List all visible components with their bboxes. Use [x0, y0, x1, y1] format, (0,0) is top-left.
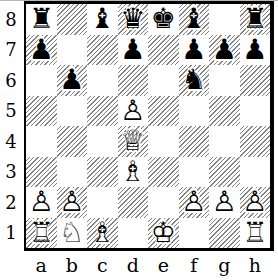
piece-halo: ♝	[175, 1, 212, 38]
piece-halo: ♝	[84, 1, 121, 38]
piece-halo: ♟	[53, 184, 90, 221]
piece-halo: ♛	[114, 123, 151, 160]
square-b7	[57, 35, 88, 66]
black-pawn: ♟	[26, 35, 57, 66]
file-label-b: b	[57, 251, 88, 279]
square-a3	[26, 157, 57, 188]
square-g6	[209, 65, 240, 96]
square-b4	[57, 126, 88, 157]
square-f3	[179, 157, 210, 188]
piece-halo: ♟	[236, 31, 273, 68]
rank-label-2: 2	[0, 187, 22, 218]
file-label-h: h	[240, 251, 271, 279]
rank-label-3: 3	[0, 157, 22, 188]
white-bishop: ♗	[118, 157, 149, 188]
square-h4	[240, 126, 271, 157]
black-rook: ♜	[26, 4, 57, 35]
square-c3	[87, 157, 118, 188]
piece-halo: ♜	[236, 214, 273, 251]
square-a8: ♜♜	[26, 4, 57, 35]
square-h5	[240, 96, 271, 127]
square-a5	[26, 96, 57, 127]
square-c4	[87, 126, 118, 157]
square-f5	[179, 96, 210, 127]
square-a4	[26, 126, 57, 157]
square-d3: ♝♗	[118, 157, 149, 188]
square-b8	[57, 4, 88, 35]
square-b1: ♞♘	[57, 218, 88, 249]
white-pawn: ♙	[240, 187, 271, 218]
square-c6	[87, 65, 118, 96]
white-knight: ♘	[57, 218, 88, 249]
square-b6: ♟♟	[57, 65, 88, 96]
square-b2: ♟♙	[57, 187, 88, 218]
piece-halo: ♞	[53, 214, 90, 251]
black-rook: ♜	[240, 4, 271, 35]
white-pawn: ♙	[179, 187, 210, 218]
piece-halo: ♟	[206, 31, 243, 68]
black-queen: ♛	[118, 4, 149, 35]
black-pawn: ♟	[57, 65, 88, 96]
black-king: ♚	[148, 4, 179, 35]
piece-halo: ♟	[175, 31, 212, 68]
square-e2	[148, 187, 179, 218]
square-h7: ♟♟	[240, 35, 271, 66]
square-e7	[148, 35, 179, 66]
rank-label-6: 6	[0, 65, 22, 96]
board: ♜♜♝♝♛♛♚♚♝♝♜♜♟♟♟♟♟♟♟♟♟♟♟♟♞♞♟♙♛♕♝♗♟♙♟♙♟♙♟♙…	[24, 1, 274, 251]
piece-halo: ♟	[23, 31, 60, 68]
black-knight: ♞	[179, 65, 210, 96]
square-a2: ♟♙	[26, 187, 57, 218]
file-label-g: g	[209, 251, 240, 279]
white-rook: ♖	[240, 218, 271, 249]
black-bishop: ♝	[179, 4, 210, 35]
piece-halo: ♜	[236, 1, 273, 38]
black-bishop: ♝	[87, 4, 118, 35]
piece-halo: ♟	[206, 184, 243, 221]
file-label-a: a	[26, 251, 57, 279]
square-d5: ♟♙	[118, 96, 149, 127]
square-g7: ♟♟	[209, 35, 240, 66]
black-pawn: ♟	[240, 35, 271, 66]
square-d7: ♟♟	[118, 35, 149, 66]
square-b5	[57, 96, 88, 127]
square-g2: ♟♙	[209, 187, 240, 218]
file-label-e: e	[148, 251, 179, 279]
file-label-f: f	[179, 251, 210, 279]
square-c1: ♝♗	[87, 218, 118, 249]
piece-halo: ♞	[175, 62, 212, 99]
square-g4	[209, 126, 240, 157]
square-g5	[209, 96, 240, 127]
square-e8: ♚♚	[148, 4, 179, 35]
rank-label-7: 7	[0, 35, 22, 66]
square-f4	[179, 126, 210, 157]
black-pawn: ♟	[118, 35, 149, 66]
square-f7: ♟♟	[179, 35, 210, 66]
piece-halo: ♟	[53, 62, 90, 99]
square-f8: ♝♝	[179, 4, 210, 35]
square-c2	[87, 187, 118, 218]
square-h3	[240, 157, 271, 188]
square-b3	[57, 157, 88, 188]
square-e1: ♚♔	[148, 218, 179, 249]
piece-halo: ♟	[114, 31, 151, 68]
square-f1	[179, 218, 210, 249]
rank-label-8: 8	[0, 4, 22, 35]
square-e6	[148, 65, 179, 96]
rank-labels: 87654321	[0, 4, 22, 248]
square-a1: ♜♖	[26, 218, 57, 249]
piece-halo: ♚	[145, 1, 182, 38]
rank-label-1: 1	[0, 218, 22, 249]
square-d8: ♛♛	[118, 4, 149, 35]
chess-diagram: 87654321 ♜♜♝♝♛♛♚♚♝♝♜♜♟♟♟♟♟♟♟♟♟♟♟♟♞♞♟♙♛♕♝…	[0, 0, 278, 280]
white-rook: ♖	[26, 218, 57, 249]
square-a6	[26, 65, 57, 96]
square-e4	[148, 126, 179, 157]
square-c7	[87, 35, 118, 66]
piece-halo: ♚	[145, 214, 182, 251]
piece-halo: ♜	[23, 214, 60, 251]
square-d6	[118, 65, 149, 96]
square-c5	[87, 96, 118, 127]
square-d1	[118, 218, 149, 249]
piece-halo: ♟	[23, 184, 60, 221]
rank-label-4: 4	[0, 126, 22, 157]
white-pawn: ♙	[209, 187, 240, 218]
piece-halo: ♛	[114, 1, 151, 38]
square-h8: ♜♜	[240, 4, 271, 35]
square-h1: ♜♖	[240, 218, 271, 249]
piece-halo: ♟	[175, 184, 212, 221]
square-f6: ♞♞	[179, 65, 210, 96]
square-d4: ♛♕	[118, 126, 149, 157]
white-pawn: ♙	[57, 187, 88, 218]
piece-halo: ♜	[23, 1, 60, 38]
square-h6	[240, 65, 271, 96]
square-c8: ♝♝	[87, 4, 118, 35]
square-f2: ♟♙	[179, 187, 210, 218]
rank-label-5: 5	[0, 96, 22, 127]
square-g8	[209, 4, 240, 35]
square-d2	[118, 187, 149, 218]
piece-halo: ♝	[84, 214, 121, 251]
square-e3	[148, 157, 179, 188]
square-e5	[148, 96, 179, 127]
square-h2: ♟♙	[240, 187, 271, 218]
file-label-d: d	[118, 251, 149, 279]
black-pawn: ♟	[209, 35, 240, 66]
file-labels: abcdefgh	[26, 251, 270, 279]
white-bishop: ♗	[87, 218, 118, 249]
square-g3	[209, 157, 240, 188]
white-king: ♔	[148, 218, 179, 249]
piece-halo: ♟	[114, 92, 151, 129]
piece-halo: ♝	[114, 153, 151, 190]
black-pawn: ♟	[179, 35, 210, 66]
piece-halo: ♟	[236, 184, 273, 221]
white-pawn: ♙	[118, 96, 149, 127]
square-g1	[209, 218, 240, 249]
white-queen: ♕	[118, 126, 149, 157]
file-label-c: c	[87, 251, 118, 279]
white-pawn: ♙	[26, 187, 57, 218]
square-a7: ♟♟	[26, 35, 57, 66]
